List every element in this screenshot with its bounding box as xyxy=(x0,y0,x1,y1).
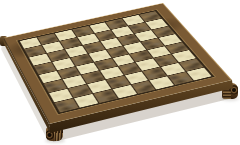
chess-board-grid xyxy=(17,10,214,114)
scroll-foot-south xyxy=(46,127,63,141)
product-photo xyxy=(0,0,240,145)
foot-ridges xyxy=(223,90,231,99)
scroll-foot-east xyxy=(222,83,238,99)
chess-board xyxy=(3,3,232,124)
